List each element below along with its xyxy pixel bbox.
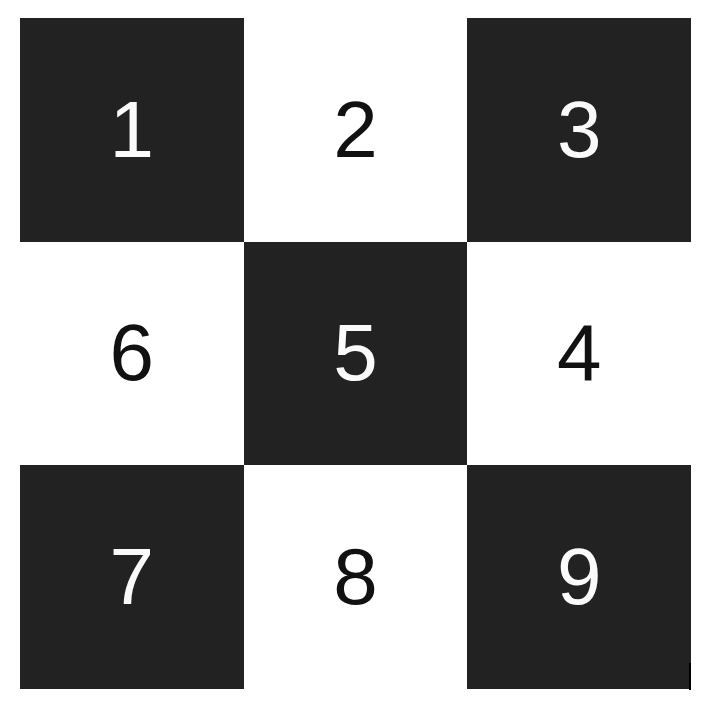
- cell-r3c1[interactable]: 7: [20, 465, 244, 689]
- cell-r2c2[interactable]: 5: [244, 242, 468, 466]
- stray-line-artifact: [689, 663, 691, 690]
- puzzle-grid: 1 2 3 6 5 4 7 8 9: [20, 18, 691, 689]
- cell-r3c2[interactable]: 8: [244, 465, 468, 689]
- cell-r2c3[interactable]: 4: [467, 242, 691, 466]
- cell-r2c1[interactable]: 6: [20, 242, 244, 466]
- cell-r1c3[interactable]: 3: [467, 18, 691, 242]
- cell-r1c2[interactable]: 2: [244, 18, 468, 242]
- cell-r3c3[interactable]: 9: [467, 465, 691, 689]
- cell-r1c1[interactable]: 1: [20, 18, 244, 242]
